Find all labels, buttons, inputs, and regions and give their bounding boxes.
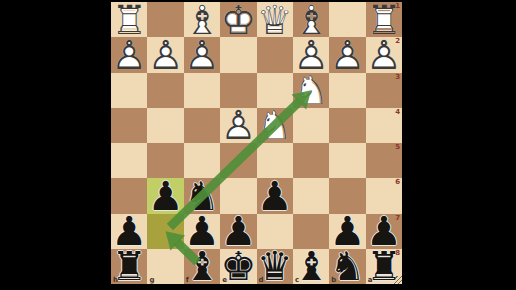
square-g3[interactable] (147, 73, 183, 108)
rank-label-4: 4 (395, 108, 400, 116)
file-label-f: f (186, 276, 189, 284)
square-d1[interactable]: ♛♕ (257, 2, 293, 37)
square-d2[interactable] (257, 37, 293, 72)
square-b3[interactable] (329, 73, 365, 108)
square-h5[interactable] (111, 143, 147, 178)
square-d4[interactable]: ♞♘ (257, 108, 293, 143)
square-c6[interactable] (293, 178, 329, 213)
square-g2[interactable]: ♟♙ (147, 37, 183, 72)
square-g7[interactable] (147, 214, 183, 249)
rank-label-8: 8 (395, 249, 400, 257)
file-label-d: d (259, 276, 264, 284)
square-h3[interactable] (111, 73, 147, 108)
rank-label-1: 1 (395, 2, 400, 10)
rank-label-6: 6 (395, 178, 400, 186)
black-bishop[interactable]: ♝ (184, 249, 220, 284)
rank-label-2: 2 (395, 37, 400, 45)
square-a2[interactable]: ♟♙2 (366, 37, 402, 72)
square-c3[interactable]: ♞♘ (293, 73, 329, 108)
rank-label-5: 5 (395, 143, 400, 151)
white-king[interactable]: ♚♔ (220, 2, 256, 37)
square-b2[interactable]: ♟♙ (329, 37, 365, 72)
file-label-e: e (222, 276, 227, 284)
square-d8[interactable]: ♛d (257, 249, 293, 284)
square-a4[interactable]: 4 (366, 108, 402, 143)
black-pawn[interactable]: ♟ (257, 178, 293, 213)
square-c4[interactable] (293, 108, 329, 143)
square-e8[interactable]: ♚e (220, 249, 256, 284)
chess-board: ♜♖♝♗♚♔♛♕♝♗♜♖1♟♙♟♙♟♙♟♙♟♙♟♙2♞♘3♟♙♞♘45♟♞♟6♟… (111, 2, 402, 284)
video-frame: ♜♖♝♗♚♔♛♕♝♗♜♖1♟♙♟♙♟♙♟♙♟♙♟♙2♞♘3♟♙♞♘45♟♞♟6♟… (0, 0, 516, 290)
white-pawn[interactable]: ♟♙ (184, 37, 220, 72)
square-h4[interactable] (111, 108, 147, 143)
square-h2[interactable]: ♟♙ (111, 37, 147, 72)
white-queen[interactable]: ♛♕ (257, 2, 293, 37)
square-e1[interactable]: ♚♔ (220, 2, 256, 37)
white-pawn[interactable]: ♟♙ (329, 37, 365, 72)
square-h8[interactable]: ♜h (111, 249, 147, 284)
square-f4[interactable] (184, 108, 220, 143)
board-resize-handle-icon[interactable] (394, 276, 402, 284)
file-label-c: c (295, 276, 299, 284)
square-f3[interactable] (184, 73, 220, 108)
square-c5[interactable] (293, 143, 329, 178)
square-e4[interactable]: ♟♙ (220, 108, 256, 143)
rank-label-3: 3 (395, 73, 400, 81)
square-f2[interactable]: ♟♙ (184, 37, 220, 72)
square-e5[interactable] (220, 143, 256, 178)
file-label-h: h (113, 276, 118, 284)
white-knight[interactable]: ♞♘ (293, 73, 329, 108)
square-g6[interactable]: ♟ (147, 178, 183, 213)
white-pawn[interactable]: ♟♙ (147, 37, 183, 72)
white-knight[interactable]: ♞♘ (257, 108, 293, 143)
square-b4[interactable] (329, 108, 365, 143)
square-a5[interactable]: 5 (366, 143, 402, 178)
square-d6[interactable]: ♟ (257, 178, 293, 213)
file-label-a: a (368, 276, 373, 284)
square-b8[interactable]: ♞b (329, 249, 365, 284)
square-g4[interactable] (147, 108, 183, 143)
square-e2[interactable] (220, 37, 256, 72)
square-c8[interactable]: ♝c (293, 249, 329, 284)
black-pawn[interactable]: ♟ (147, 178, 183, 213)
file-label-g: g (149, 276, 154, 284)
square-g8[interactable]: g (147, 249, 183, 284)
square-a3[interactable]: 3 (366, 73, 402, 108)
white-pawn[interactable]: ♟♙ (220, 108, 256, 143)
square-f8[interactable]: ♝f (184, 249, 220, 284)
square-b5[interactable] (329, 143, 365, 178)
rank-label-7: 7 (395, 214, 400, 222)
file-label-b: b (331, 276, 336, 284)
white-pawn[interactable]: ♟♙ (111, 37, 147, 72)
